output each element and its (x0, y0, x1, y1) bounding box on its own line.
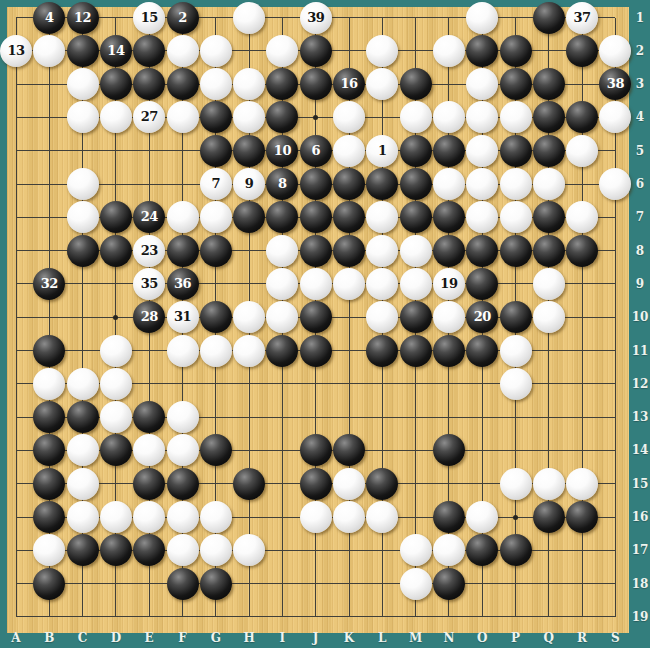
white-stone[interactable] (100, 368, 132, 400)
move-number: 6 (300, 135, 332, 167)
black-stone[interactable] (500, 35, 532, 67)
black-stone[interactable] (200, 568, 232, 600)
black-stone[interactable] (566, 101, 598, 133)
black-stone[interactable] (100, 534, 132, 566)
black-stone[interactable] (33, 401, 65, 433)
white-stone[interactable] (200, 35, 232, 67)
black-stone[interactable]: 12 (67, 2, 99, 34)
white-stone[interactable] (533, 168, 565, 200)
black-stone[interactable] (133, 534, 165, 566)
black-stone[interactable] (400, 68, 432, 100)
black-stone[interactable]: 16 (333, 68, 365, 100)
white-stone[interactable] (200, 501, 232, 533)
row-label: 10 (629, 309, 650, 325)
row-label: 19 (629, 609, 650, 625)
row-label: 2 (629, 43, 650, 59)
black-stone[interactable] (33, 434, 65, 466)
black-stone[interactable] (533, 101, 565, 133)
black-stone[interactable] (566, 501, 598, 533)
black-stone[interactable] (100, 201, 132, 233)
column-label: A (5, 630, 27, 646)
black-stone[interactable] (167, 235, 199, 267)
black-stone[interactable] (67, 235, 99, 267)
black-stone[interactable] (400, 301, 432, 333)
white-stone[interactable] (433, 301, 465, 333)
white-stone[interactable] (233, 68, 265, 100)
white-stone[interactable] (167, 201, 199, 233)
column-label: I (271, 630, 293, 646)
white-stone[interactable]: 27 (133, 101, 165, 133)
black-stone[interactable] (500, 135, 532, 167)
move-number: 31 (167, 301, 199, 333)
black-stone[interactable] (233, 468, 265, 500)
white-stone[interactable] (67, 501, 99, 533)
black-stone[interactable] (400, 135, 432, 167)
white-stone[interactable] (67, 168, 99, 200)
white-stone[interactable] (266, 268, 298, 300)
black-stone[interactable] (67, 534, 99, 566)
black-stone[interactable] (433, 501, 465, 533)
white-stone[interactable] (500, 168, 532, 200)
black-stone[interactable] (466, 534, 498, 566)
white-stone[interactable] (67, 68, 99, 100)
white-stone[interactable] (67, 201, 99, 233)
black-stone[interactable] (500, 235, 532, 267)
move-number: 14 (100, 35, 132, 67)
white-stone[interactable] (167, 434, 199, 466)
white-stone[interactable] (233, 335, 265, 367)
white-stone[interactable] (100, 501, 132, 533)
white-stone[interactable] (333, 468, 365, 500)
black-stone[interactable] (500, 68, 532, 100)
black-stone[interactable] (400, 201, 432, 233)
white-stone[interactable] (400, 235, 432, 267)
black-stone[interactable] (433, 335, 465, 367)
column-label: F (172, 630, 194, 646)
white-stone[interactable] (167, 101, 199, 133)
row-label: 12 (629, 376, 650, 392)
move-number: 38 (599, 68, 631, 100)
black-stone[interactable]: 14 (100, 35, 132, 67)
move-number: 39 (300, 2, 332, 34)
move-number: 2 (167, 2, 199, 34)
white-stone[interactable] (599, 168, 631, 200)
white-stone[interactable] (366, 35, 398, 67)
black-stone[interactable] (167, 568, 199, 600)
move-number: 8 (266, 168, 298, 200)
white-stone[interactable] (466, 135, 498, 167)
black-stone[interactable] (433, 434, 465, 466)
white-stone[interactable] (400, 268, 432, 300)
black-stone[interactable] (200, 101, 232, 133)
white-stone[interactable]: 9 (233, 168, 265, 200)
white-stone[interactable] (433, 101, 465, 133)
row-label: 14 (629, 442, 650, 458)
white-stone[interactable] (167, 335, 199, 367)
white-stone[interactable] (233, 101, 265, 133)
row-label: 8 (629, 243, 650, 259)
black-stone[interactable] (533, 2, 565, 34)
row-label: 18 (629, 576, 650, 592)
row-label: 5 (629, 143, 650, 159)
white-stone[interactable] (366, 301, 398, 333)
white-stone[interactable] (366, 268, 398, 300)
white-stone[interactable] (67, 101, 99, 133)
black-stone[interactable] (266, 201, 298, 233)
move-number: 7 (200, 168, 232, 200)
white-stone[interactable] (100, 101, 132, 133)
black-stone[interactable] (266, 68, 298, 100)
column-label: Q (538, 630, 560, 646)
white-stone[interactable]: 23 (133, 235, 165, 267)
white-stone[interactable] (133, 434, 165, 466)
white-stone[interactable] (200, 68, 232, 100)
white-stone[interactable] (67, 368, 99, 400)
move-number: 10 (266, 135, 298, 167)
go-diagram: 4121523937131416382710617982423323536192… (0, 0, 650, 648)
black-stone[interactable]: 32 (33, 268, 65, 300)
row-label: 6 (629, 176, 650, 192)
white-stone[interactable] (266, 235, 298, 267)
black-stone[interactable] (300, 235, 332, 267)
move-number: 23 (133, 235, 165, 267)
black-stone[interactable] (333, 201, 365, 233)
white-stone[interactable] (67, 468, 99, 500)
white-stone[interactable] (466, 501, 498, 533)
black-stone[interactable] (366, 168, 398, 200)
black-stone[interactable] (300, 201, 332, 233)
black-stone[interactable] (100, 68, 132, 100)
column-label: N (438, 630, 460, 646)
move-number: 24 (133, 201, 165, 233)
black-stone[interactable] (233, 135, 265, 167)
white-stone[interactable] (366, 201, 398, 233)
black-stone[interactable] (433, 568, 465, 600)
black-stone[interactable] (200, 301, 232, 333)
move-number: 28 (133, 301, 165, 333)
white-stone[interactable] (266, 301, 298, 333)
black-stone[interactable] (500, 534, 532, 566)
row-label: 11 (629, 343, 650, 359)
white-stone[interactable] (200, 201, 232, 233)
black-stone[interactable] (133, 68, 165, 100)
white-stone[interactable] (200, 534, 232, 566)
grid-line (16, 616, 615, 617)
grid-line (16, 583, 615, 584)
white-stone[interactable]: 1 (366, 135, 398, 167)
white-stone[interactable] (366, 68, 398, 100)
black-stone[interactable] (200, 434, 232, 466)
black-stone[interactable] (566, 35, 598, 67)
white-stone[interactable] (333, 501, 365, 533)
white-stone[interactable] (200, 335, 232, 367)
white-stone[interactable] (433, 168, 465, 200)
black-stone[interactable] (133, 35, 165, 67)
white-stone[interactable] (233, 534, 265, 566)
white-stone[interactable] (366, 501, 398, 533)
white-stone[interactable] (533, 468, 565, 500)
black-stone[interactable] (466, 335, 498, 367)
row-label: 3 (629, 76, 650, 92)
black-stone[interactable] (366, 468, 398, 500)
move-number: 20 (466, 301, 498, 333)
white-stone[interactable] (133, 501, 165, 533)
black-stone[interactable] (466, 268, 498, 300)
white-stone[interactable] (500, 368, 532, 400)
white-stone[interactable] (266, 35, 298, 67)
black-stone[interactable] (333, 434, 365, 466)
black-stone[interactable] (533, 68, 565, 100)
black-stone[interactable] (433, 201, 465, 233)
white-stone[interactable]: 19 (433, 268, 465, 300)
column-label: M (405, 630, 427, 646)
black-stone[interactable] (533, 235, 565, 267)
move-number: 35 (133, 268, 165, 300)
white-stone[interactable] (33, 534, 65, 566)
white-stone[interactable] (500, 468, 532, 500)
white-stone[interactable] (466, 168, 498, 200)
white-stone[interactable]: 7 (200, 168, 232, 200)
move-number: 1 (366, 135, 398, 167)
white-stone[interactable]: 13 (0, 35, 32, 67)
column-label: H (238, 630, 260, 646)
black-stone[interactable] (400, 168, 432, 200)
black-stone[interactable] (300, 301, 332, 333)
black-stone[interactable] (333, 235, 365, 267)
row-label: 13 (629, 409, 650, 425)
white-stone[interactable] (566, 468, 598, 500)
white-stone[interactable] (167, 35, 199, 67)
white-stone[interactable] (466, 101, 498, 133)
column-label: B (38, 630, 60, 646)
black-stone[interactable] (33, 335, 65, 367)
move-number: 32 (33, 268, 65, 300)
black-stone[interactable] (33, 568, 65, 600)
star-point (113, 315, 118, 320)
white-stone[interactable] (167, 534, 199, 566)
move-number: 13 (0, 35, 32, 67)
black-stone[interactable]: 2 (167, 2, 199, 34)
white-stone[interactable] (466, 68, 498, 100)
white-stone[interactable]: 15 (133, 2, 165, 34)
white-stone[interactable] (366, 235, 398, 267)
white-stone[interactable] (500, 201, 532, 233)
black-stone[interactable] (300, 35, 332, 67)
column-label: O (471, 630, 493, 646)
move-number: 16 (333, 68, 365, 100)
white-stone[interactable]: 39 (300, 2, 332, 34)
black-stone[interactable]: 20 (466, 301, 498, 333)
column-label: S (604, 630, 626, 646)
white-stone[interactable]: 37 (566, 2, 598, 34)
black-stone[interactable] (167, 68, 199, 100)
column-label: R (571, 630, 593, 646)
black-stone[interactable] (133, 468, 165, 500)
black-stone[interactable] (233, 201, 265, 233)
black-stone[interactable] (566, 235, 598, 267)
white-stone[interactable] (300, 268, 332, 300)
black-stone[interactable]: 4 (33, 2, 65, 34)
white-stone[interactable] (400, 101, 432, 133)
black-stone[interactable] (300, 168, 332, 200)
row-label: 4 (629, 109, 650, 125)
column-label: K (338, 630, 360, 646)
row-label: 17 (629, 542, 650, 558)
white-stone[interactable] (100, 401, 132, 433)
black-stone[interactable] (533, 201, 565, 233)
star-point (513, 515, 518, 520)
black-stone[interactable] (33, 501, 65, 533)
white-stone[interactable] (400, 534, 432, 566)
star-point (313, 115, 318, 120)
white-stone[interactable] (566, 135, 598, 167)
white-stone[interactable] (33, 368, 65, 400)
black-stone[interactable]: 38 (599, 68, 631, 100)
column-label: C (72, 630, 94, 646)
white-stone[interactable]: 35 (133, 268, 165, 300)
black-stone[interactable] (100, 235, 132, 267)
white-stone[interactable] (233, 301, 265, 333)
black-stone[interactable] (133, 401, 165, 433)
black-stone[interactable] (533, 501, 565, 533)
black-stone[interactable] (266, 335, 298, 367)
black-stone[interactable]: 28 (133, 301, 165, 333)
column-label: D (105, 630, 127, 646)
move-number: 4 (33, 2, 65, 34)
column-label: E (138, 630, 160, 646)
black-stone[interactable] (200, 135, 232, 167)
black-stone[interactable] (500, 301, 532, 333)
white-stone[interactable] (433, 35, 465, 67)
white-stone[interactable] (33, 35, 65, 67)
move-number: 27 (133, 101, 165, 133)
white-stone[interactable] (167, 401, 199, 433)
white-stone[interactable] (533, 301, 565, 333)
white-stone[interactable] (333, 101, 365, 133)
move-number: 9 (233, 168, 265, 200)
black-stone[interactable] (300, 68, 332, 100)
black-stone[interactable]: 36 (167, 268, 199, 300)
move-number: 15 (133, 2, 165, 34)
column-label: P (505, 630, 527, 646)
white-stone[interactable] (300, 501, 332, 533)
board-layer: 4121523937131416382710617982423323536192… (0, 0, 650, 648)
white-stone[interactable] (500, 101, 532, 133)
white-stone[interactable] (533, 268, 565, 300)
black-stone[interactable] (533, 135, 565, 167)
white-stone[interactable] (67, 434, 99, 466)
black-stone[interactable] (67, 35, 99, 67)
white-stone[interactable] (233, 2, 265, 34)
black-stone[interactable]: 10 (266, 135, 298, 167)
white-stone[interactable] (433, 534, 465, 566)
white-stone[interactable] (333, 135, 365, 167)
white-stone[interactable] (400, 568, 432, 600)
column-label: L (371, 630, 393, 646)
black-stone[interactable] (466, 235, 498, 267)
move-number: 12 (67, 2, 99, 34)
black-stone[interactable] (67, 401, 99, 433)
row-label: 9 (629, 276, 650, 292)
white-stone[interactable] (500, 335, 532, 367)
black-stone[interactable] (300, 335, 332, 367)
white-stone[interactable] (167, 501, 199, 533)
white-stone[interactable] (333, 268, 365, 300)
move-number: 37 (566, 2, 598, 34)
row-label: 15 (629, 476, 650, 492)
white-stone[interactable] (466, 2, 498, 34)
black-stone[interactable] (433, 135, 465, 167)
white-stone[interactable] (599, 101, 631, 133)
black-stone[interactable]: 6 (300, 135, 332, 167)
black-stone[interactable] (366, 335, 398, 367)
row-label: 7 (629, 209, 650, 225)
white-stone[interactable] (466, 201, 498, 233)
black-stone[interactable] (300, 434, 332, 466)
black-stone[interactable] (400, 335, 432, 367)
move-number: 19 (433, 268, 465, 300)
white-stone[interactable]: 31 (167, 301, 199, 333)
column-label: J (305, 630, 327, 646)
black-stone[interactable] (333, 168, 365, 200)
black-stone[interactable] (167, 468, 199, 500)
black-stone[interactable] (100, 434, 132, 466)
white-stone[interactable] (599, 35, 631, 67)
black-stone[interactable]: 24 (133, 201, 165, 233)
black-stone[interactable] (433, 235, 465, 267)
row-label: 1 (629, 10, 650, 26)
row-label: 16 (629, 509, 650, 525)
black-stone[interactable]: 8 (266, 168, 298, 200)
black-stone[interactable] (266, 101, 298, 133)
black-stone[interactable] (300, 468, 332, 500)
black-stone[interactable] (200, 235, 232, 267)
white-stone[interactable] (566, 201, 598, 233)
black-stone[interactable] (466, 35, 498, 67)
column-label: G (205, 630, 227, 646)
move-number: 36 (167, 268, 199, 300)
black-stone[interactable] (33, 468, 65, 500)
white-stone[interactable] (100, 335, 132, 367)
